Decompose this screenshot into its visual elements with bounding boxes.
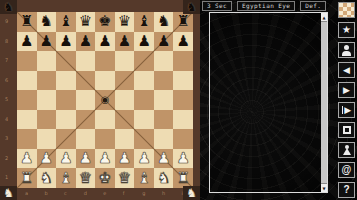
file-label-b: b <box>45 191 48 196</box>
square-d1[interactable]: ♛ <box>76 168 96 188</box>
square-d6[interactable] <box>76 71 96 91</box>
black-pawn[interactable]: ♟ <box>137 34 150 49</box>
black-rook[interactable]: ♜ <box>20 14 33 29</box>
white-queen[interactable]: ♛ <box>118 171 131 186</box>
black-king[interactable]: ♚ <box>98 14 111 29</box>
square-d5[interactable] <box>76 90 96 110</box>
move-list-text <box>212 15 319 190</box>
white-knight-icon: ♞ <box>3 187 14 199</box>
square-g5[interactable] <box>134 90 154 110</box>
black-rook[interactable]: ♜ <box>176 14 189 29</box>
square-c6[interactable] <box>56 71 76 91</box>
square-i9[interactable]: ♜ <box>173 12 193 32</box>
black-pawn[interactable]: ♟ <box>176 34 189 49</box>
white-pawn[interactable]: ♟ <box>98 151 111 166</box>
square-e2[interactable]: ♟ <box>95 149 115 169</box>
square-i3[interactable] <box>173 129 193 149</box>
square-f9[interactable]: ♛ <box>115 12 135 32</box>
side-panel: 3 Sec Egyptian Eye Def. ▲ ▼ <box>200 0 357 200</box>
square-e7[interactable] <box>95 51 115 71</box>
game-name-button[interactable]: Egyptian Eye <box>237 1 295 11</box>
square-b2[interactable]: ♟ <box>37 149 57 169</box>
square-c5[interactable] <box>56 90 76 110</box>
black-bishop[interactable]: ♝ <box>137 14 150 29</box>
square-b7[interactable] <box>37 51 57 71</box>
white-bishop[interactable]: ♝ <box>59 171 72 186</box>
square-f3[interactable] <box>115 129 135 149</box>
square-c1[interactable]: ♝ <box>56 168 76 188</box>
square-b5[interactable] <box>37 90 57 110</box>
square-h8[interactable]: ♟ <box>154 32 174 52</box>
square-e9[interactable]: ♚ <box>95 12 115 32</box>
square-f4[interactable] <box>115 110 135 130</box>
square-e6[interactable] <box>95 71 115 91</box>
white-pawn[interactable]: ♟ <box>137 151 150 166</box>
rank-label-1: 1 <box>5 175 8 180</box>
square-d8[interactable]: ♟ <box>76 32 96 52</box>
file-label-c: c <box>64 191 67 196</box>
square-c7[interactable] <box>56 51 76 71</box>
square-b1[interactable]: ♞ <box>37 168 57 188</box>
square-g8[interactable]: ♟ <box>134 32 154 52</box>
rank-label-4: 4 <box>5 117 8 122</box>
square-i8[interactable]: ♟ <box>173 32 193 52</box>
rank-label-5: 5 <box>5 97 8 102</box>
black-pawn[interactable]: ♟ <box>40 34 53 49</box>
square-b8[interactable]: ♟ <box>37 32 57 52</box>
board-icon[interactable] <box>338 2 355 18</box>
move-list-box[interactable]: ▲ ▼ <box>209 12 328 193</box>
corner-knight-bottom-left: ♞ <box>0 186 17 200</box>
square-f5[interactable] <box>115 90 135 110</box>
white-knight-icon: ♞ <box>186 187 197 199</box>
square-g3[interactable] <box>134 129 154 149</box>
square-e8[interactable]: ♟ <box>95 32 115 52</box>
square-b9[interactable]: ♞ <box>37 12 57 32</box>
black-queen[interactable]: ♛ <box>79 14 92 29</box>
square-e4[interactable] <box>95 110 115 130</box>
square-h4[interactable] <box>154 110 174 130</box>
square-f2[interactable]: ♟ <box>115 149 135 169</box>
white-pawn[interactable]: ♟ <box>176 151 189 166</box>
square-g2[interactable]: ♟ <box>134 149 154 169</box>
rank-label-8: 8 <box>5 39 8 44</box>
white-queen[interactable]: ♛ <box>79 171 92 186</box>
square-i6[interactable] <box>173 71 193 91</box>
black-knight-icon: ♞ <box>3 1 14 13</box>
move-list-scrollbar[interactable]: ▲ ▼ <box>321 13 327 192</box>
file-label-i: i <box>181 191 182 196</box>
white-knight[interactable]: ♞ <box>157 171 170 186</box>
square-g7[interactable] <box>134 51 154 71</box>
star-icon[interactable]: ★ <box>338 22 355 38</box>
file-label-g: g <box>142 191 145 196</box>
egyptian-eye-game-window: ♜♞♝♛♚♛♝♞♜♟♟♟♟♟♟♟♟♟◉♟♟♟♟♟♟♟♟♟♜♞♝♛♚♛♝♞♜ ♞ … <box>0 0 357 200</box>
step-back-icon[interactable]: ◀ <box>338 62 355 78</box>
rank-label-9: 9 <box>5 19 8 24</box>
square-e5[interactable]: ◉ <box>95 90 115 110</box>
file-label-f: f <box>123 191 125 196</box>
square-f6[interactable] <box>115 71 135 91</box>
square-d9[interactable]: ♛ <box>76 12 96 32</box>
square-c4[interactable] <box>56 110 76 130</box>
black-pawn[interactable]: ♟ <box>20 34 33 49</box>
file-label-d: d <box>84 191 87 196</box>
rank-label-7: 7 <box>5 58 8 63</box>
stop-icon[interactable] <box>338 122 355 138</box>
corner-knight-top-left: ♞ <box>0 0 17 14</box>
play-icon[interactable]: ▶ <box>338 102 355 118</box>
black-pawn[interactable]: ♟ <box>118 34 131 49</box>
white-rook[interactable]: ♜ <box>176 171 189 186</box>
file-label-h: h <box>162 191 165 196</box>
square-d2[interactable]: ♟ <box>76 149 96 169</box>
square-a4[interactable] <box>17 110 37 130</box>
square-i2[interactable]: ♟ <box>173 149 193 169</box>
square-d7[interactable] <box>76 51 96 71</box>
scroll-down-button[interactable]: ▼ <box>321 183 327 192</box>
default-settings-button[interactable]: Def. <box>300 1 326 11</box>
square-a2[interactable]: ♟ <box>17 149 37 169</box>
square-a9[interactable]: ♜ <box>17 12 37 32</box>
square-a8[interactable]: ♟ <box>17 32 37 52</box>
square-g1[interactable]: ♝ <box>134 168 154 188</box>
square-e3[interactable] <box>95 129 115 149</box>
square-h2[interactable]: ♟ <box>154 149 174 169</box>
square-c8[interactable]: ♟ <box>56 32 76 52</box>
white-pawn[interactable]: ♟ <box>118 151 131 166</box>
square-f8[interactable]: ♟ <box>115 32 135 52</box>
scroll-up-button[interactable]: ▲ <box>321 13 327 22</box>
black-pawn[interactable]: ♟ <box>157 34 170 49</box>
square-g9[interactable]: ♝ <box>134 12 154 32</box>
player-icon[interactable] <box>338 42 355 58</box>
square-g6[interactable] <box>134 71 154 91</box>
white-bishop[interactable]: ♝ <box>137 171 150 186</box>
square-h6[interactable] <box>154 71 174 91</box>
file-label-e: e <box>103 191 106 196</box>
black-pawn[interactable]: ♟ <box>98 34 111 49</box>
square-h9[interactable]: ♞ <box>154 12 174 32</box>
black-pawn[interactable]: ♟ <box>79 34 92 49</box>
square-d4[interactable] <box>76 110 96 130</box>
white-pawn[interactable]: ♟ <box>79 151 92 166</box>
white-knight[interactable]: ♞ <box>40 171 53 186</box>
square-a1[interactable]: ♜ <box>17 168 37 188</box>
rank-label-6: 6 <box>5 78 8 83</box>
piece-figure-icon[interactable] <box>338 142 355 158</box>
square-i5[interactable] <box>173 90 193 110</box>
square-c9[interactable]: ♝ <box>56 12 76 32</box>
help-icon[interactable]: ? <box>338 182 355 198</box>
rank-label-2: 2 <box>5 156 8 161</box>
square-f7[interactable] <box>115 51 135 71</box>
white-pawn[interactable]: ♟ <box>20 151 33 166</box>
step-forward-icon[interactable]: ▶ <box>338 82 355 98</box>
time-control-button[interactable]: 3 Sec <box>202 1 232 11</box>
white-pawn[interactable]: ♟ <box>40 151 53 166</box>
black-queen[interactable]: ♛ <box>118 14 131 29</box>
square-h7[interactable] <box>154 51 174 71</box>
white-king[interactable]: ♚ <box>98 171 111 186</box>
corner-knight-top-right: ♞ <box>183 0 200 14</box>
black-pawn[interactable]: ♟ <box>59 34 72 49</box>
black-knight[interactable]: ♞ <box>40 14 53 29</box>
square-h5[interactable] <box>154 90 174 110</box>
square-a3[interactable] <box>17 129 37 149</box>
square-a7[interactable] <box>17 51 37 71</box>
square-h3[interactable] <box>154 129 174 149</box>
black-knight[interactable]: ♞ <box>157 14 170 29</box>
rank-label-3: 3 <box>5 136 8 141</box>
square-h1[interactable]: ♞ <box>154 168 174 188</box>
square-d3[interactable] <box>76 129 96 149</box>
square-f1[interactable]: ♛ <box>115 168 135 188</box>
black-knight-icon: ♞ <box>186 1 197 13</box>
side-toolbar: ★ ◀ ▶ ▶ @ ? <box>338 2 355 198</box>
white-rook[interactable]: ♜ <box>20 171 33 186</box>
chess-board: ♜♞♝♛♚♛♝♞♜♟♟♟♟♟♟♟♟♟◉♟♟♟♟♟♟♟♟♟♜♞♝♛♚♛♝♞♜ ♞ … <box>0 0 200 200</box>
square-b3[interactable] <box>37 129 57 149</box>
black-bishop[interactable]: ♝ <box>59 14 72 29</box>
square-i7[interactable] <box>173 51 193 71</box>
white-pawn[interactable]: ♟ <box>59 151 72 166</box>
square-g4[interactable] <box>134 110 154 130</box>
square-a6[interactable] <box>17 71 37 91</box>
square-b4[interactable] <box>37 110 57 130</box>
square-i4[interactable] <box>173 110 193 130</box>
board-grid: ♜♞♝♛♚♛♝♞♜♟♟♟♟♟♟♟♟♟◉♟♟♟♟♟♟♟♟♟♜♞♝♛♚♛♝♞♜ <box>17 12 193 188</box>
square-e1[interactable]: ♚ <box>95 168 115 188</box>
square-a5[interactable] <box>17 90 37 110</box>
file-label-a: a <box>25 191 28 196</box>
white-pawn[interactable]: ♟ <box>157 151 170 166</box>
corner-knight-bottom-right: ♞ <box>183 186 200 200</box>
square-c3[interactable] <box>56 129 76 149</box>
eye-piece[interactable]: ◉ <box>101 95 110 105</box>
top-button-bar: 3 Sec Egyptian Eye Def. <box>202 1 326 11</box>
square-b6[interactable] <box>37 71 57 91</box>
at-icon[interactable]: @ <box>338 162 355 178</box>
square-c2[interactable]: ♟ <box>56 149 76 169</box>
